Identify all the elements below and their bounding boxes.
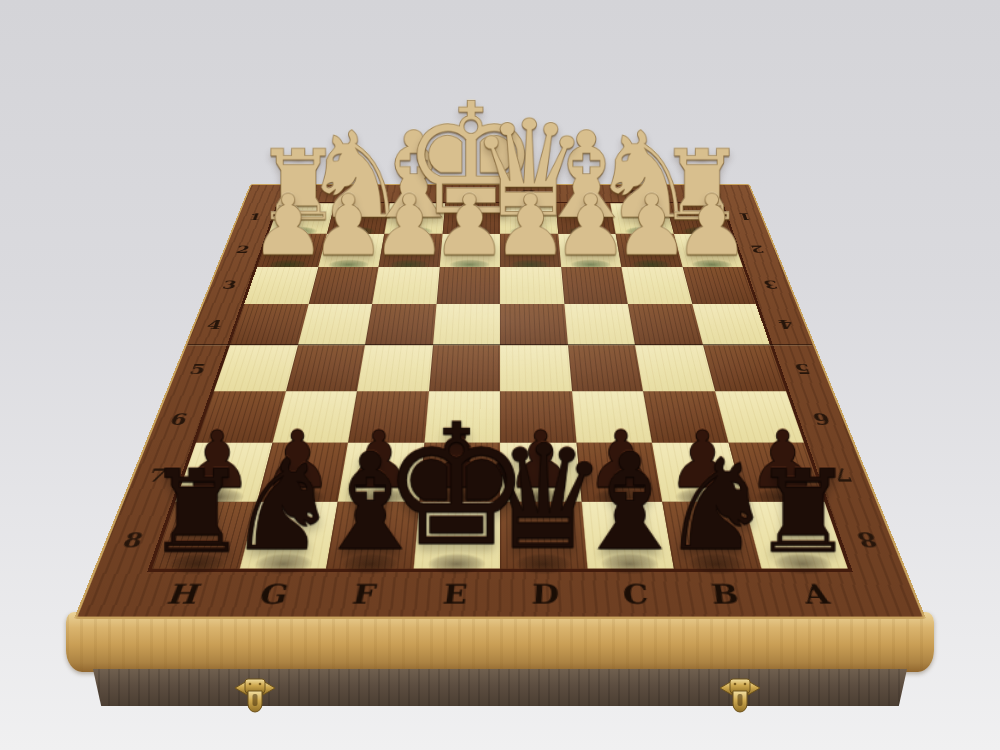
square-f5[interactable] [357,345,432,391]
square-b3[interactable] [621,267,691,304]
brass-latch-right [718,674,762,722]
chess-set-photo: 12345678 12345678 HGFEDCBA HGFEDCBA ♜♞♝♚… [0,0,1000,750]
board-squares-grid: ♜♞♝♚♛♝♞♜♟♟♟♟♟♟♟♟♟♟♟♟♟♟♟♟♜♞♝♚♛♝♞♜ [147,202,853,572]
square-e2[interactable]: ♟ [439,234,500,267]
square-h8[interactable]: ♜ [152,501,256,568]
square-h5[interactable] [214,345,297,391]
brass-latch-left [233,674,277,722]
square-d4[interactable] [500,304,568,345]
piece-white-pawn[interactable]: ♟ [674,185,750,265]
piece-black-bishop[interactable]: ♝ [570,439,690,566]
square-b4[interactable] [628,304,703,345]
square-e3[interactable] [436,267,500,304]
file-labels-bottom: HGFEDCBA [131,572,868,617]
square-a3[interactable] [682,267,756,304]
fold-seam [187,344,812,346]
label-bottom-B: B [710,577,741,610]
label-bottom-F: F [350,577,379,610]
square-a5[interactable] [703,345,786,391]
square-a8[interactable]: ♜ [743,501,847,568]
square-h4[interactable] [230,304,308,345]
label-bottom-H: H [163,577,206,610]
label-right-8: 8 [853,528,881,553]
label-right-4: 4 [776,317,796,332]
brass-latch-icon [718,674,762,722]
square-b2[interactable]: ♟ [616,234,683,267]
piece-black-rook[interactable]: ♜ [753,458,854,565]
label-right-5: 5 [792,360,814,377]
label-bottom-D: D [530,577,559,610]
square-b5[interactable] [635,345,714,391]
piece-black-rook[interactable]: ♜ [146,458,247,565]
piece-black-bishop[interactable]: ♝ [310,439,430,566]
label-left-8: 8 [119,528,147,553]
label-bottom-G: G [256,577,293,610]
square-c8[interactable]: ♝ [581,501,674,568]
square-c3[interactable] [561,267,628,304]
label-bottom-C: C [622,577,649,610]
square-e4[interactable] [433,304,501,345]
label-right-2: 2 [748,243,765,255]
square-a4[interactable] [692,304,770,345]
scene: 12345678 12345678 HGFEDCBA HGFEDCBA ♜♞♝♚… [0,0,1000,750]
square-d3[interactable] [500,267,564,304]
brass-latch-icon [233,674,277,722]
label-left-2: 2 [234,243,251,255]
square-a2[interactable]: ♟ [673,234,742,267]
case-front-panel [88,669,912,706]
square-f3[interactable] [372,267,439,304]
square-f4[interactable] [365,304,436,345]
square-d5[interactable] [500,345,571,391]
square-e5[interactable] [429,345,500,391]
oak-front-edge [66,612,934,672]
square-g4[interactable] [298,304,373,345]
label-left-3: 3 [220,278,239,292]
label-left-4: 4 [204,317,224,332]
square-d2[interactable]: ♟ [500,234,561,267]
square-c4[interactable] [564,304,635,345]
square-g3[interactable] [308,267,378,304]
square-c2[interactable]: ♟ [558,234,622,267]
square-f8[interactable]: ♝ [326,501,419,568]
chess-board: 12345678 12345678 HGFEDCBA HGFEDCBA ♜♞♝♚… [74,184,926,619]
square-h3[interactable] [244,267,318,304]
label-left-5: 5 [187,360,209,377]
label-bottom-A: A [800,577,832,610]
square-c5[interactable] [568,345,643,391]
label-right-3: 3 [761,278,780,292]
square-g5[interactable] [286,345,365,391]
label-bottom-E: E [441,577,469,610]
